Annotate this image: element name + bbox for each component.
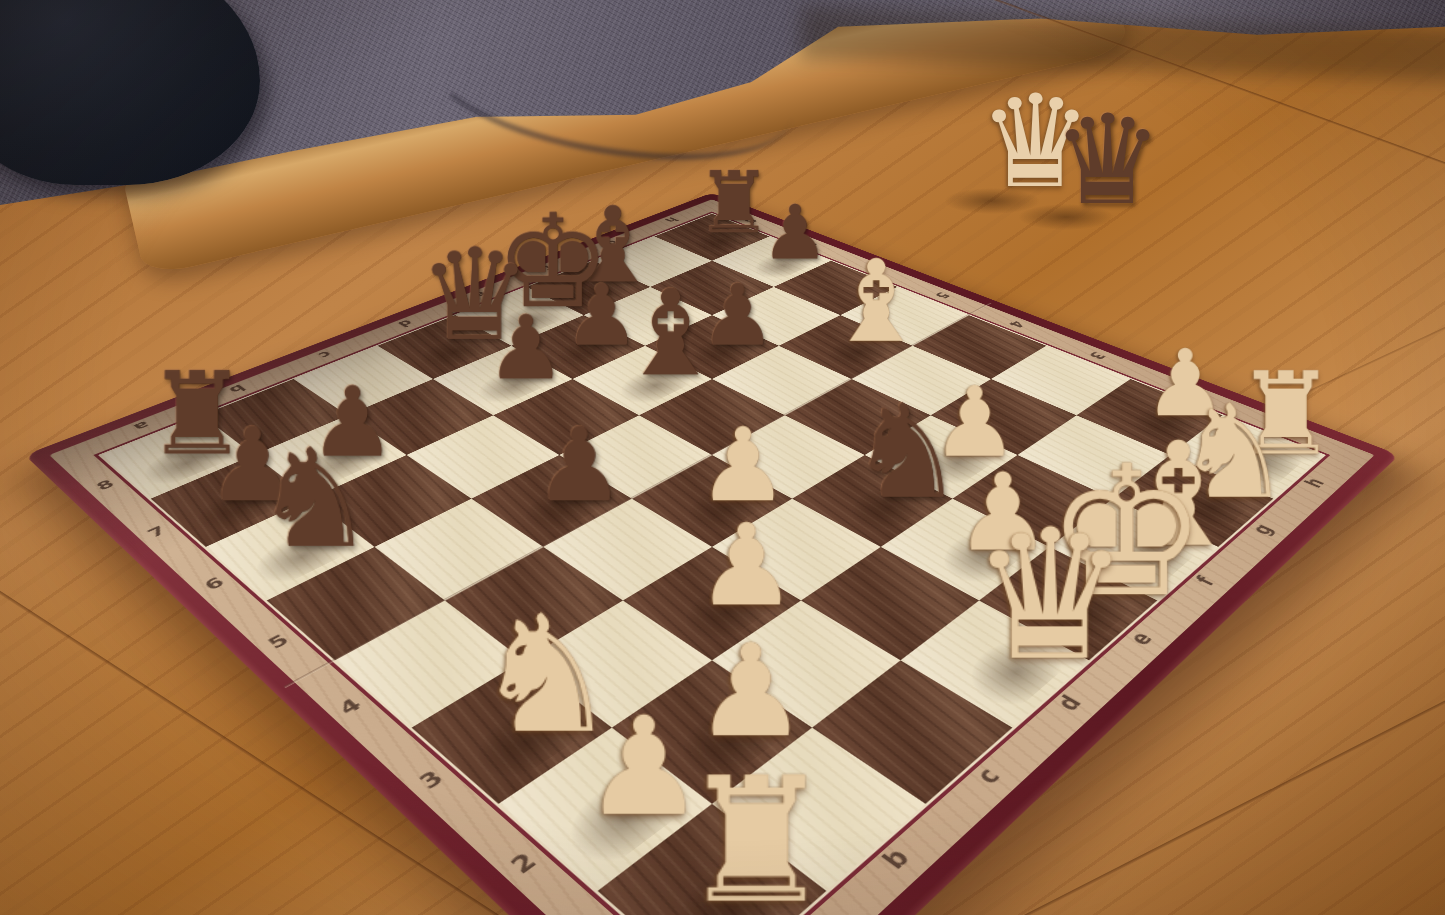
offboard-black-queen: ♛ <box>1052 98 1163 222</box>
queen-glyph: ♛ <box>970 505 1106 685</box>
piece-white-queen-d1: ♛ <box>901 600 1090 727</box>
piece-shadow <box>1018 204 1114 230</box>
pawn-glyph: ♟ <box>682 509 811 622</box>
chessboard: 88aa77bb66cc55dd44ee33ff22gg11hh ♜♝♚♛♜♟♟… <box>25 193 1400 915</box>
piece-black-pawn-c5: ♟ <box>471 455 631 547</box>
board-frame: 88aa77bb66cc55dd44ee33ff22gg11hh ♜♝♚♛♜♟♟… <box>25 193 1400 915</box>
photo-scene: 88aa77bb66cc55dd44ee33ff22gg11hh ♜♝♚♛♜♟♟… <box>0 0 1445 915</box>
rook-glyph: ♜ <box>674 754 840 915</box>
knight-glyph: ♞ <box>253 430 375 566</box>
pawn-glyph: ♟ <box>522 415 638 517</box>
